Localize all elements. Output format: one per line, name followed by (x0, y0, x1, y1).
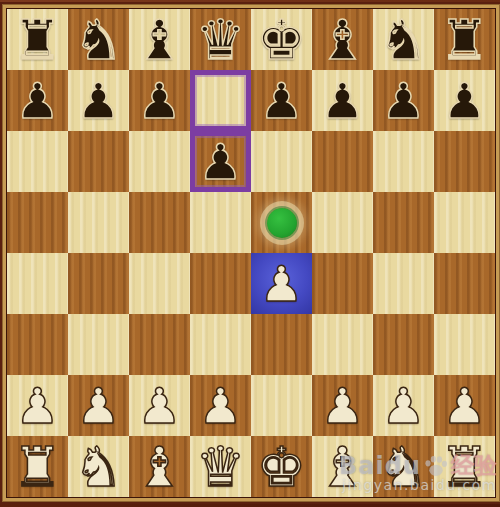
black-pawn-f7[interactable]: ♟ (312, 70, 373, 131)
white-pawn-c2[interactable]: ♟ (129, 375, 190, 436)
square-e4[interactable]: ♟ (251, 253, 312, 314)
square-d5[interactable] (190, 192, 251, 253)
square-f7[interactable]: ♟ (312, 70, 373, 131)
square-b8[interactable]: ♞ (68, 9, 129, 70)
chess-app-screen: ♜♞♝♛♚♝♞♜♟♟♟♟♟♟♟♟♟♟♟♟♟♟♟♟♜♞♝♛♚♝♞♜ Baidu 经… (0, 0, 500, 507)
square-g4[interactable] (373, 253, 434, 314)
square-a4[interactable] (7, 253, 68, 314)
square-b5[interactable] (68, 192, 129, 253)
square-b7[interactable]: ♟ (68, 70, 129, 131)
square-f8[interactable]: ♝ (312, 9, 373, 70)
square-h4[interactable] (434, 253, 495, 314)
square-d6[interactable]: ♟ (190, 131, 251, 192)
square-d3[interactable] (190, 314, 251, 375)
white-bishop-f1[interactable]: ♝ (312, 436, 373, 497)
white-pawn-d2[interactable]: ♟ (190, 375, 251, 436)
square-e1[interactable]: ♚ (251, 436, 312, 497)
square-h3[interactable] (434, 314, 495, 375)
square-c6[interactable] (129, 131, 190, 192)
black-knight-g8[interactable]: ♞ (373, 9, 434, 70)
black-queen-d8[interactable]: ♛ (190, 9, 251, 70)
square-a6[interactable] (7, 131, 68, 192)
square-a1[interactable]: ♜ (7, 436, 68, 497)
legal-move-dot[interactable] (267, 208, 297, 238)
square-c2[interactable]: ♟ (129, 375, 190, 436)
square-g3[interactable] (373, 314, 434, 375)
square-g2[interactable]: ♟ (373, 375, 434, 436)
square-e3[interactable] (251, 314, 312, 375)
black-pawn-b7[interactable]: ♟ (68, 70, 129, 131)
white-pawn-f2[interactable]: ♟ (312, 375, 373, 436)
square-f2[interactable]: ♟ (312, 375, 373, 436)
black-bishop-c8[interactable]: ♝ (129, 9, 190, 70)
white-queen-d1[interactable]: ♛ (190, 436, 251, 497)
square-h6[interactable] (434, 131, 495, 192)
white-rook-a1[interactable]: ♜ (7, 436, 68, 497)
white-pawn-b2[interactable]: ♟ (68, 375, 129, 436)
black-pawn-g7[interactable]: ♟ (373, 70, 434, 131)
square-e6[interactable] (251, 131, 312, 192)
square-d2[interactable]: ♟ (190, 375, 251, 436)
white-knight-g1[interactable]: ♞ (373, 436, 434, 497)
square-g7[interactable]: ♟ (373, 70, 434, 131)
square-d4[interactable] (190, 253, 251, 314)
black-pawn-e7[interactable]: ♟ (251, 70, 312, 131)
square-h8[interactable]: ♜ (434, 9, 495, 70)
square-c5[interactable] (129, 192, 190, 253)
square-h1[interactable]: ♜ (434, 436, 495, 497)
square-g5[interactable] (373, 192, 434, 253)
white-pawn-a2[interactable]: ♟ (7, 375, 68, 436)
square-f4[interactable] (312, 253, 373, 314)
square-c7[interactable]: ♟ (129, 70, 190, 131)
square-f6[interactable] (312, 131, 373, 192)
white-bishop-c1[interactable]: ♝ (129, 436, 190, 497)
square-g8[interactable]: ♞ (373, 9, 434, 70)
square-a8[interactable]: ♜ (7, 9, 68, 70)
black-rook-h8[interactable]: ♜ (434, 9, 495, 70)
white-king-e1[interactable]: ♚ (251, 436, 312, 497)
square-c4[interactable] (129, 253, 190, 314)
square-a5[interactable] (7, 192, 68, 253)
square-a2[interactable]: ♟ (7, 375, 68, 436)
black-pawn-d6[interactable]: ♟ (190, 131, 251, 192)
square-b6[interactable] (68, 131, 129, 192)
white-pawn-e4[interactable]: ♟ (251, 253, 312, 314)
square-b1[interactable]: ♞ (68, 436, 129, 497)
square-h2[interactable]: ♟ (434, 375, 495, 436)
square-d8[interactable]: ♛ (190, 9, 251, 70)
square-e5[interactable] (251, 192, 312, 253)
square-f1[interactable]: ♝ (312, 436, 373, 497)
square-b2[interactable]: ♟ (68, 375, 129, 436)
square-h7[interactable]: ♟ (434, 70, 495, 131)
black-rook-a8[interactable]: ♜ (7, 9, 68, 70)
square-c3[interactable] (129, 314, 190, 375)
white-pawn-h2[interactable]: ♟ (434, 375, 495, 436)
square-e7[interactable]: ♟ (251, 70, 312, 131)
square-f3[interactable] (312, 314, 373, 375)
black-pawn-h7[interactable]: ♟ (434, 70, 495, 131)
square-h5[interactable] (434, 192, 495, 253)
square-b4[interactable] (68, 253, 129, 314)
square-g6[interactable] (373, 131, 434, 192)
black-bishop-f8[interactable]: ♝ (312, 9, 373, 70)
square-d7[interactable] (190, 70, 251, 131)
square-e8[interactable]: ♚ (251, 9, 312, 70)
white-rook-h1[interactable]: ♜ (434, 436, 495, 497)
chess-board: ♜♞♝♛♚♝♞♜♟♟♟♟♟♟♟♟♟♟♟♟♟♟♟♟♜♞♝♛♚♝♞♜ (7, 9, 495, 497)
square-e2[interactable] (251, 375, 312, 436)
square-b3[interactable] (68, 314, 129, 375)
square-f5[interactable] (312, 192, 373, 253)
square-d1[interactable]: ♛ (190, 436, 251, 497)
black-king-e8[interactable]: ♚ (251, 9, 312, 70)
square-c8[interactable]: ♝ (129, 9, 190, 70)
square-g1[interactable]: ♞ (373, 436, 434, 497)
black-knight-b8[interactable]: ♞ (68, 9, 129, 70)
square-a7[interactable]: ♟ (7, 70, 68, 131)
white-pawn-g2[interactable]: ♟ (373, 375, 434, 436)
square-a3[interactable] (7, 314, 68, 375)
white-knight-b1[interactable]: ♞ (68, 436, 129, 497)
black-pawn-c7[interactable]: ♟ (129, 70, 190, 131)
black-pawn-a7[interactable]: ♟ (7, 70, 68, 131)
square-c1[interactable]: ♝ (129, 436, 190, 497)
